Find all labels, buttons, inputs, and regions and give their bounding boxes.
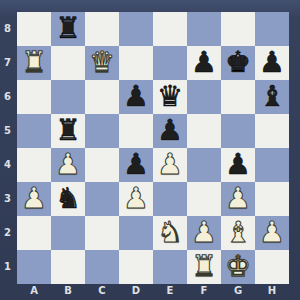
piece-black-pawn[interactable]: ♟ bbox=[191, 45, 217, 79]
square-d8[interactable] bbox=[119, 12, 153, 46]
square-c4[interactable] bbox=[85, 148, 119, 182]
square-e5[interactable]: ♟ bbox=[153, 114, 187, 148]
square-c2[interactable] bbox=[85, 216, 119, 250]
square-g8[interactable] bbox=[221, 12, 255, 46]
square-d4[interactable]: ♟ bbox=[119, 148, 153, 182]
square-b2[interactable] bbox=[51, 216, 85, 250]
square-h4[interactable] bbox=[255, 148, 289, 182]
square-d7[interactable] bbox=[119, 46, 153, 80]
square-a5[interactable] bbox=[17, 114, 51, 148]
piece-black-rook[interactable]: ♜ bbox=[55, 11, 81, 45]
file-label-b: B bbox=[51, 283, 85, 300]
square-e4[interactable]: ♟ bbox=[153, 148, 187, 182]
file-label-c: C bbox=[85, 283, 119, 300]
square-g6[interactable] bbox=[221, 80, 255, 114]
piece-white-pawn[interactable]: ♟ bbox=[225, 181, 251, 215]
file-label-g: G bbox=[221, 283, 255, 300]
square-f5[interactable] bbox=[187, 114, 221, 148]
square-f4[interactable] bbox=[187, 148, 221, 182]
square-e7[interactable] bbox=[153, 46, 187, 80]
square-e3[interactable] bbox=[153, 182, 187, 216]
piece-white-pawn[interactable]: ♟ bbox=[259, 215, 285, 249]
piece-black-pawn[interactable]: ♟ bbox=[123, 147, 149, 181]
square-c3[interactable] bbox=[85, 182, 119, 216]
piece-white-knight[interactable]: ♞ bbox=[157, 215, 183, 249]
square-h6[interactable]: ♝ bbox=[255, 80, 289, 114]
chess-board: ♜♜♛♟♚♟♟♛♝♜♟♟♟♟♟♟♞♟♟♞♟♝♟♜♚ bbox=[17, 12, 289, 284]
square-a6[interactable] bbox=[17, 80, 51, 114]
rank-label-7: 7 bbox=[0, 46, 15, 80]
square-f3[interactable] bbox=[187, 182, 221, 216]
square-a8[interactable] bbox=[17, 12, 51, 46]
square-f8[interactable] bbox=[187, 12, 221, 46]
square-d1[interactable] bbox=[119, 250, 153, 284]
square-a1[interactable] bbox=[17, 250, 51, 284]
square-c5[interactable] bbox=[85, 114, 119, 148]
rank-label-4: 4 bbox=[0, 148, 15, 182]
piece-black-queen[interactable]: ♛ bbox=[157, 79, 183, 113]
piece-black-pawn[interactable]: ♟ bbox=[123, 79, 149, 113]
rank-label-2: 2 bbox=[0, 216, 15, 250]
square-d6[interactable]: ♟ bbox=[119, 80, 153, 114]
square-b6[interactable] bbox=[51, 80, 85, 114]
square-c8[interactable] bbox=[85, 12, 119, 46]
piece-black-pawn[interactable]: ♟ bbox=[157, 113, 183, 147]
file-label-f: F bbox=[187, 283, 221, 300]
square-f7[interactable]: ♟ bbox=[187, 46, 221, 80]
square-g2[interactable]: ♝ bbox=[221, 216, 255, 250]
square-c1[interactable] bbox=[85, 250, 119, 284]
chess-board-panel: 87654321 ♜♜♛♟♚♟♟♛♝♜♟♟♟♟♟♟♞♟♟♞♟♝♟♜♚ ABCDE… bbox=[0, 0, 300, 300]
piece-black-bishop[interactable]: ♝ bbox=[259, 79, 285, 113]
square-c6[interactable] bbox=[85, 80, 119, 114]
square-b8[interactable]: ♜ bbox=[51, 12, 85, 46]
piece-white-queen[interactable]: ♛ bbox=[89, 45, 115, 79]
square-g3[interactable]: ♟ bbox=[221, 182, 255, 216]
square-g1[interactable]: ♚ bbox=[221, 250, 255, 284]
square-a4[interactable] bbox=[17, 148, 51, 182]
square-a2[interactable] bbox=[17, 216, 51, 250]
square-b5[interactable]: ♜ bbox=[51, 114, 85, 148]
square-g4[interactable]: ♟ bbox=[221, 148, 255, 182]
file-label-e: E bbox=[153, 283, 187, 300]
piece-white-pawn[interactable]: ♟ bbox=[21, 181, 47, 215]
square-b4[interactable]: ♟ bbox=[51, 148, 85, 182]
square-e2[interactable]: ♞ bbox=[153, 216, 187, 250]
piece-white-pawn[interactable]: ♟ bbox=[191, 215, 217, 249]
square-e6[interactable]: ♛ bbox=[153, 80, 187, 114]
piece-black-king[interactable]: ♚ bbox=[225, 45, 251, 79]
piece-black-knight[interactable]: ♞ bbox=[55, 181, 81, 215]
file-labels: ABCDEFGH bbox=[17, 283, 289, 300]
square-a7[interactable]: ♜ bbox=[17, 46, 51, 80]
piece-white-rook[interactable]: ♜ bbox=[191, 249, 217, 283]
square-e8[interactable] bbox=[153, 12, 187, 46]
rank-label-8: 8 bbox=[0, 12, 15, 46]
square-b1[interactable] bbox=[51, 250, 85, 284]
square-a3[interactable]: ♟ bbox=[17, 182, 51, 216]
piece-white-rook[interactable]: ♜ bbox=[21, 45, 47, 79]
square-d5[interactable] bbox=[119, 114, 153, 148]
piece-white-pawn[interactable]: ♟ bbox=[157, 147, 183, 181]
square-d3[interactable]: ♟ bbox=[119, 182, 153, 216]
square-d2[interactable] bbox=[119, 216, 153, 250]
piece-white-bishop[interactable]: ♝ bbox=[225, 215, 251, 249]
rank-label-6: 6 bbox=[0, 80, 15, 114]
square-f1[interactable]: ♜ bbox=[187, 250, 221, 284]
square-f2[interactable]: ♟ bbox=[187, 216, 221, 250]
square-h8[interactable] bbox=[255, 12, 289, 46]
piece-black-rook[interactable]: ♜ bbox=[55, 113, 81, 147]
square-h1[interactable] bbox=[255, 250, 289, 284]
square-h2[interactable]: ♟ bbox=[255, 216, 289, 250]
square-b7[interactable] bbox=[51, 46, 85, 80]
square-g5[interactable] bbox=[221, 114, 255, 148]
rank-label-5: 5 bbox=[0, 114, 15, 148]
piece-black-pawn[interactable]: ♟ bbox=[259, 45, 285, 79]
square-b3[interactable]: ♞ bbox=[51, 182, 85, 216]
piece-white-pawn[interactable]: ♟ bbox=[55, 147, 81, 181]
piece-white-pawn[interactable]: ♟ bbox=[123, 181, 149, 215]
piece-black-pawn[interactable]: ♟ bbox=[225, 147, 251, 181]
square-h7[interactable]: ♟ bbox=[255, 46, 289, 80]
file-label-h: H bbox=[255, 283, 289, 300]
square-f6[interactable] bbox=[187, 80, 221, 114]
piece-white-king[interactable]: ♚ bbox=[225, 249, 251, 283]
square-h3[interactable] bbox=[255, 182, 289, 216]
square-g7[interactable]: ♚ bbox=[221, 46, 255, 80]
square-c7[interactable]: ♛ bbox=[85, 46, 119, 80]
file-label-a: A bbox=[17, 283, 51, 300]
rank-label-3: 3 bbox=[0, 182, 15, 216]
file-label-d: D bbox=[119, 283, 153, 300]
square-h5[interactable] bbox=[255, 114, 289, 148]
rank-labels: 87654321 bbox=[0, 12, 17, 284]
square-e1[interactable] bbox=[153, 250, 187, 284]
rank-label-1: 1 bbox=[0, 250, 15, 284]
